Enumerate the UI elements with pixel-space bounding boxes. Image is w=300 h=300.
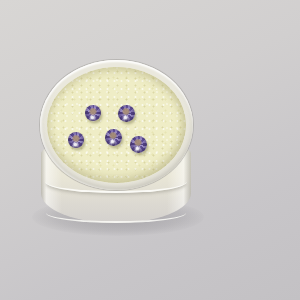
gem-table-reflection — [134, 139, 142, 146]
gem-top-right — [118, 105, 135, 122]
gem-table-reflection — [72, 135, 80, 142]
gem-table-reflection — [89, 108, 97, 115]
gem-sparkle — [124, 116, 127, 119]
gem-sparkle — [74, 143, 77, 146]
gem-layer — [0, 0, 300, 300]
gem-sparkle — [91, 116, 94, 119]
gem-table-reflection — [122, 108, 130, 115]
gem-sparkle — [136, 147, 139, 150]
gem-table-reflection — [109, 132, 117, 139]
gem-sparkle — [111, 140, 114, 143]
gem-top-left — [85, 105, 101, 121]
photo-scene — [0, 0, 300, 300]
gem-bottom-left — [68, 132, 84, 148]
gem-bottom-right — [130, 136, 147, 153]
gem-center — [105, 129, 122, 146]
